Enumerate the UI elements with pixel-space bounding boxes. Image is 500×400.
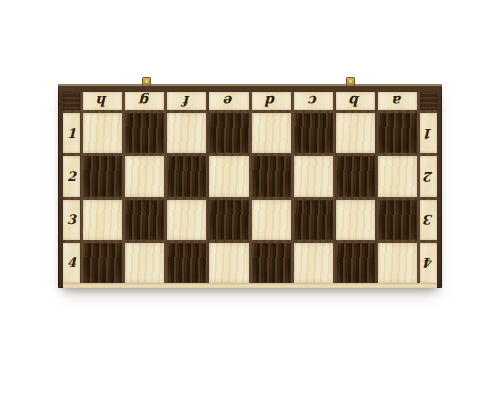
photo-background: hgfedcba11223344	[0, 0, 500, 400]
square-d4	[252, 243, 291, 283]
rank-label-1-right-text: 1	[424, 127, 433, 140]
file-label-g: g	[125, 92, 164, 110]
rank-label-3-left-text: 3	[67, 213, 76, 226]
square-d2	[252, 156, 291, 196]
rank-label-3-right-text: 3	[424, 213, 433, 226]
file-label-h-text: h	[97, 94, 107, 108]
chess-board: hgfedcba11223344	[58, 84, 442, 288]
corner-top-left	[63, 92, 80, 110]
square-c1	[294, 113, 333, 153]
square-b2	[336, 156, 375, 196]
hinge-right-icon	[346, 77, 355, 86]
square-h1	[83, 113, 122, 153]
hinge-left-icon	[142, 77, 151, 86]
file-label-d-text: d	[266, 94, 276, 108]
square-c2	[294, 156, 333, 196]
square-d3	[252, 200, 291, 240]
square-c3	[294, 200, 333, 240]
square-g3	[125, 200, 164, 240]
file-label-c-text: c	[309, 94, 318, 108]
file-label-g-text: g	[140, 94, 150, 108]
file-label-f-text: f	[184, 94, 190, 108]
square-g2	[125, 156, 164, 196]
square-b4	[336, 243, 375, 283]
rank-label-4-right: 4	[420, 243, 437, 283]
file-label-b: b	[336, 92, 375, 110]
rank-label-4-right-text: 4	[424, 256, 433, 269]
square-e3	[209, 200, 248, 240]
rank-label-1-left-text: 1	[67, 127, 76, 140]
rank-label-4-left-text: 4	[67, 256, 76, 269]
rank-label-2-right-text: 2	[424, 170, 433, 183]
file-label-e-text: e	[224, 94, 233, 108]
file-label-b-text: b	[350, 94, 360, 108]
rank-label-1-left: 1	[63, 113, 80, 153]
file-label-f: f	[167, 92, 206, 110]
rank-label-1-right: 1	[420, 113, 437, 153]
board-grid: hgfedcba11223344	[63, 92, 437, 283]
square-f4	[167, 243, 206, 283]
square-g4	[125, 243, 164, 283]
rank-label-3-right: 3	[420, 200, 437, 240]
file-label-c: c	[294, 92, 333, 110]
square-a2	[378, 156, 417, 196]
square-h3	[83, 200, 122, 240]
rank-label-3-left: 3	[63, 200, 80, 240]
square-g1	[125, 113, 164, 153]
file-label-e: e	[209, 92, 248, 110]
square-f1	[167, 113, 206, 153]
square-e2	[209, 156, 248, 196]
rank-label-2-right: 2	[420, 156, 437, 196]
square-b1	[336, 113, 375, 153]
rank-label-4-left: 4	[63, 243, 80, 283]
square-e4	[209, 243, 248, 283]
square-h2	[83, 156, 122, 196]
file-label-a: a	[378, 92, 417, 110]
file-label-h: h	[83, 92, 122, 110]
square-b3	[336, 200, 375, 240]
square-a1	[378, 113, 417, 153]
corner-top-right	[420, 92, 437, 110]
square-f3	[167, 200, 206, 240]
file-label-d: d	[252, 92, 291, 110]
square-d1	[252, 113, 291, 153]
rank-label-2-left: 2	[63, 156, 80, 196]
square-a4	[378, 243, 417, 283]
file-label-a-text: a	[393, 94, 402, 108]
square-c4	[294, 243, 333, 283]
square-a3	[378, 200, 417, 240]
square-h4	[83, 243, 122, 283]
square-e1	[209, 113, 248, 153]
square-f2	[167, 156, 206, 196]
rank-label-2-left-text: 2	[67, 170, 76, 183]
